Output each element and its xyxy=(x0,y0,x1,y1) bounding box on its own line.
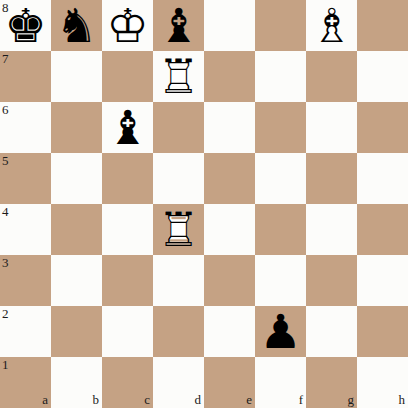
square-d6[interactable] xyxy=(153,102,204,153)
piece-black-bishop[interactable]: ♝ xyxy=(153,0,204,51)
rank-label-3: 3 xyxy=(2,256,9,270)
square-a5[interactable]: 5 xyxy=(0,153,51,204)
file-label-b: b xyxy=(93,393,100,407)
square-d5[interactable] xyxy=(153,153,204,204)
square-g6[interactable] xyxy=(306,102,357,153)
square-d7[interactable]: ♜♖ xyxy=(153,51,204,102)
rank-label-4: 4 xyxy=(2,205,9,219)
square-e7[interactable] xyxy=(204,51,255,102)
white-bishop-outline: ♗ xyxy=(306,0,357,51)
square-f6[interactable] xyxy=(255,102,306,153)
square-b6[interactable] xyxy=(51,102,102,153)
square-d3[interactable] xyxy=(153,255,204,306)
piece-black-knight[interactable]: ♞ xyxy=(51,0,102,51)
square-e5[interactable] xyxy=(204,153,255,204)
square-d1[interactable]: d xyxy=(153,357,204,408)
square-e8[interactable] xyxy=(204,0,255,51)
square-f8[interactable] xyxy=(255,0,306,51)
square-h8[interactable] xyxy=(357,0,408,51)
square-c8[interactable]: ♚♔ xyxy=(102,0,153,51)
square-h1[interactable]: h xyxy=(357,357,408,408)
square-a1[interactable]: 1a xyxy=(0,357,51,408)
white-rook-outline: ♖ xyxy=(153,204,204,255)
square-f2[interactable]: ♟ xyxy=(255,306,306,357)
square-b2[interactable] xyxy=(51,306,102,357)
square-e1[interactable]: e xyxy=(204,357,255,408)
square-c5[interactable] xyxy=(102,153,153,204)
piece-black-king[interactable]: ♚ xyxy=(0,0,51,51)
square-b3[interactable] xyxy=(51,255,102,306)
square-h3[interactable] xyxy=(357,255,408,306)
square-a8[interactable]: 8♚ xyxy=(0,0,51,51)
square-c6[interactable]: ♝ xyxy=(102,102,153,153)
square-b1[interactable]: b xyxy=(51,357,102,408)
square-d8[interactable]: ♝ xyxy=(153,0,204,51)
square-h6[interactable] xyxy=(357,102,408,153)
file-label-g: g xyxy=(348,393,355,407)
square-g2[interactable] xyxy=(306,306,357,357)
square-b8[interactable]: ♞ xyxy=(51,0,102,51)
file-label-e: e xyxy=(246,393,252,407)
file-label-c: c xyxy=(144,393,150,407)
square-d4[interactable]: ♜♖ xyxy=(153,204,204,255)
rank-label-1: 1 xyxy=(2,358,9,372)
white-king-outline: ♔ xyxy=(102,0,153,51)
square-h2[interactable] xyxy=(357,306,408,357)
piece-white-rook[interactable]: ♜♖ xyxy=(153,204,204,255)
rank-label-5: 5 xyxy=(2,154,9,168)
square-e3[interactable] xyxy=(204,255,255,306)
piece-white-rook[interactable]: ♜♖ xyxy=(153,51,204,102)
square-f3[interactable] xyxy=(255,255,306,306)
square-a2[interactable]: 2 xyxy=(0,306,51,357)
square-e6[interactable] xyxy=(204,102,255,153)
piece-black-pawn[interactable]: ♟ xyxy=(255,306,306,357)
square-g7[interactable] xyxy=(306,51,357,102)
square-f4[interactable] xyxy=(255,204,306,255)
square-b4[interactable] xyxy=(51,204,102,255)
square-a3[interactable]: 3 xyxy=(0,255,51,306)
square-d2[interactable] xyxy=(153,306,204,357)
piece-black-bishop[interactable]: ♝ xyxy=(102,102,153,153)
square-e4[interactable] xyxy=(204,204,255,255)
square-g5[interactable] xyxy=(306,153,357,204)
square-g1[interactable]: g xyxy=(306,357,357,408)
square-g8[interactable]: ♝♗ xyxy=(306,0,357,51)
file-label-f: f xyxy=(299,393,303,407)
square-b7[interactable] xyxy=(51,51,102,102)
square-h7[interactable] xyxy=(357,51,408,102)
piece-white-king[interactable]: ♚♔ xyxy=(102,0,153,51)
rank-label-6: 6 xyxy=(2,103,9,117)
piece-white-bishop[interactable]: ♝♗ xyxy=(306,0,357,51)
square-h5[interactable] xyxy=(357,153,408,204)
square-f7[interactable] xyxy=(255,51,306,102)
white-rook-outline: ♖ xyxy=(153,51,204,102)
square-h4[interactable] xyxy=(357,204,408,255)
square-c3[interactable] xyxy=(102,255,153,306)
square-c4[interactable] xyxy=(102,204,153,255)
square-a4[interactable]: 4 xyxy=(0,204,51,255)
square-f5[interactable] xyxy=(255,153,306,204)
chess-board: 8♚♞♚♔♝♝♗7♜♖6♝54♜♖32♟1abcdefgh xyxy=(0,0,408,408)
square-c1[interactable]: c xyxy=(102,357,153,408)
square-c2[interactable] xyxy=(102,306,153,357)
square-e2[interactable] xyxy=(204,306,255,357)
square-g4[interactable] xyxy=(306,204,357,255)
rank-label-7: 7 xyxy=(2,52,9,66)
square-a7[interactable]: 7 xyxy=(0,51,51,102)
square-b5[interactable] xyxy=(51,153,102,204)
file-label-h: h xyxy=(399,393,406,407)
square-g3[interactable] xyxy=(306,255,357,306)
square-f1[interactable]: f xyxy=(255,357,306,408)
square-c7[interactable] xyxy=(102,51,153,102)
square-a6[interactable]: 6 xyxy=(0,102,51,153)
file-label-d: d xyxy=(195,393,202,407)
rank-label-2: 2 xyxy=(2,307,9,321)
file-label-a: a xyxy=(42,393,48,407)
